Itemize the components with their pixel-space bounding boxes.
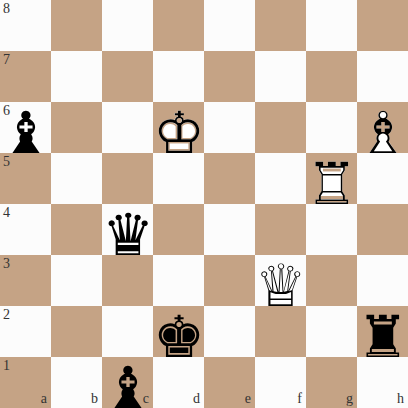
square-a8[interactable]: 8 xyxy=(0,0,51,51)
square-b2[interactable] xyxy=(51,306,102,357)
square-h5[interactable] xyxy=(357,153,408,204)
square-e4[interactable] xyxy=(204,204,255,255)
square-c5[interactable] xyxy=(102,153,153,204)
square-a4[interactable]: 4 xyxy=(0,204,51,255)
square-a6[interactable]: 6♝ xyxy=(0,102,51,153)
square-f3[interactable]: ♛♕ xyxy=(255,255,306,306)
square-e8[interactable] xyxy=(204,0,255,51)
square-a5[interactable]: 5 xyxy=(0,153,51,204)
square-d1[interactable]: d xyxy=(153,357,204,408)
square-b6[interactable] xyxy=(51,102,102,153)
file-label-b: b xyxy=(91,392,98,406)
square-f2[interactable] xyxy=(255,306,306,357)
square-f5[interactable] xyxy=(255,153,306,204)
square-c8[interactable] xyxy=(102,0,153,51)
square-b1[interactable]: b xyxy=(51,357,102,408)
file-label-e: e xyxy=(245,392,251,406)
square-d4[interactable] xyxy=(153,204,204,255)
rank-label-1: 1 xyxy=(3,359,10,373)
square-a7[interactable]: 7 xyxy=(0,51,51,102)
square-d3[interactable] xyxy=(153,255,204,306)
square-f8[interactable] xyxy=(255,0,306,51)
square-e2[interactable] xyxy=(204,306,255,357)
square-a1[interactable]: 1a xyxy=(0,357,51,408)
square-h6[interactable]: ♝♗ xyxy=(357,102,408,153)
square-h4[interactable] xyxy=(357,204,408,255)
black-bishop[interactable]: ♝ xyxy=(102,357,153,408)
file-label-d: d xyxy=(193,392,200,406)
square-e6[interactable] xyxy=(204,102,255,153)
square-a2[interactable]: 2 xyxy=(0,306,51,357)
square-b8[interactable] xyxy=(51,0,102,51)
square-c6[interactable] xyxy=(102,102,153,153)
square-h7[interactable] xyxy=(357,51,408,102)
square-c4[interactable]: ♛ xyxy=(102,204,153,255)
black-bishop[interactable]: ♝ xyxy=(0,102,51,153)
chess-board: 876♝♚♔♝♗5♜♖4♛3♛♕2♚♜1abc♝defgh xyxy=(0,0,408,408)
square-f4[interactable] xyxy=(255,204,306,255)
white-queen[interactable]: ♛♕ xyxy=(255,255,306,306)
black-rook[interactable]: ♜ xyxy=(357,306,408,357)
square-c3[interactable] xyxy=(102,255,153,306)
file-label-h: h xyxy=(397,392,404,406)
square-g6[interactable] xyxy=(306,102,357,153)
rank-label-4: 4 xyxy=(3,206,10,220)
file-label-a: a xyxy=(41,392,47,406)
square-e3[interactable] xyxy=(204,255,255,306)
rank-label-7: 7 xyxy=(3,53,10,67)
square-f6[interactable] xyxy=(255,102,306,153)
square-b7[interactable] xyxy=(51,51,102,102)
square-d6[interactable]: ♚♔ xyxy=(153,102,204,153)
black-queen[interactable]: ♛ xyxy=(102,204,153,255)
square-g8[interactable] xyxy=(306,0,357,51)
square-h8[interactable] xyxy=(357,0,408,51)
square-g3[interactable] xyxy=(306,255,357,306)
square-g4[interactable] xyxy=(306,204,357,255)
square-d5[interactable] xyxy=(153,153,204,204)
black-king[interactable]: ♚ xyxy=(153,306,204,357)
square-g1[interactable]: g xyxy=(306,357,357,408)
white-king[interactable]: ♚♔ xyxy=(153,102,204,153)
square-c2[interactable] xyxy=(102,306,153,357)
square-a3[interactable]: 3 xyxy=(0,255,51,306)
square-h1[interactable]: h xyxy=(357,357,408,408)
square-h2[interactable]: ♜ xyxy=(357,306,408,357)
square-d2[interactable]: ♚ xyxy=(153,306,204,357)
black-bishop-glyph: ♝ xyxy=(102,359,154,408)
square-d7[interactable] xyxy=(153,51,204,102)
square-b4[interactable] xyxy=(51,204,102,255)
file-label-g: g xyxy=(346,392,353,406)
square-f7[interactable] xyxy=(255,51,306,102)
square-e1[interactable]: e xyxy=(204,357,255,408)
square-b5[interactable] xyxy=(51,153,102,204)
square-g5[interactable]: ♜♖ xyxy=(306,153,357,204)
rank-label-5: 5 xyxy=(3,155,10,169)
rank-label-3: 3 xyxy=(3,257,10,271)
square-e7[interactable] xyxy=(204,51,255,102)
square-c1[interactable]: c♝ xyxy=(102,357,153,408)
square-d8[interactable] xyxy=(153,0,204,51)
square-c7[interactable] xyxy=(102,51,153,102)
white-bishop[interactable]: ♝♗ xyxy=(357,102,408,153)
rank-label-2: 2 xyxy=(3,308,10,322)
rank-label-8: 8 xyxy=(3,2,10,16)
square-f1[interactable]: f xyxy=(255,357,306,408)
square-b3[interactable] xyxy=(51,255,102,306)
square-e5[interactable] xyxy=(204,153,255,204)
white-rook[interactable]: ♜♖ xyxy=(306,153,357,204)
square-g2[interactable] xyxy=(306,306,357,357)
square-h3[interactable] xyxy=(357,255,408,306)
file-label-f: f xyxy=(297,392,302,406)
square-g7[interactable] xyxy=(306,51,357,102)
